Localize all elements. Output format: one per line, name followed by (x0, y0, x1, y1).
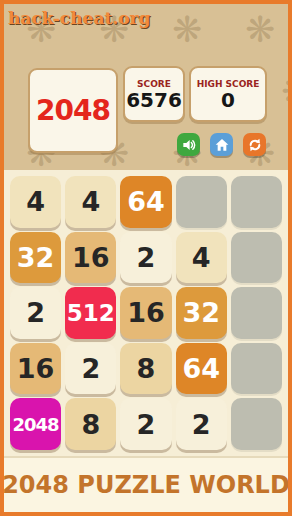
home-button[interactable] (210, 133, 233, 156)
tile-16: 16 (10, 343, 61, 395)
tile-2048: 2048 (10, 398, 61, 450)
motif-glyph: ❋ (245, 12, 275, 48)
score-value: 6576 (126, 90, 182, 110)
score-box: SCORE 6576 (123, 66, 185, 122)
motif-glyph: ❋ (172, 12, 202, 48)
tile-8: 8 (120, 343, 171, 395)
tile-2: 2 (176, 398, 227, 450)
logo-text: 2048 (36, 94, 110, 127)
game-board[interactable]: 4464321624251216321628642048822 (4, 170, 288, 456)
tile-2: 2 (120, 232, 171, 284)
refresh-icon (247, 137, 263, 153)
tile-4: 4 (176, 232, 227, 284)
tile-2: 2 (10, 287, 61, 339)
watermark-link[interactable]: hack-cheat.org (8, 8, 150, 28)
home-icon (214, 137, 230, 153)
restart-button[interactable] (243, 133, 266, 156)
high-score-box: HIGH SCORE 0 (189, 66, 267, 122)
tile-64: 64 (120, 176, 171, 228)
tile-32: 32 (176, 287, 227, 339)
empty-cell (231, 232, 282, 284)
score-label: SCORE (137, 79, 171, 89)
empty-cell (176, 176, 227, 228)
empty-cell (231, 343, 282, 395)
tile-16: 16 (65, 232, 116, 284)
tile-2: 2 (65, 343, 116, 395)
tile-4: 4 (10, 176, 61, 228)
high-score-label: HIGH SCORE (197, 79, 260, 89)
motif-glyph: ❋ (281, 74, 288, 110)
tile-2: 2 (120, 398, 171, 450)
empty-cell (231, 398, 282, 450)
speaker-icon (181, 137, 197, 153)
footer-title: 2048 PUZZLE WORLD (2, 471, 290, 499)
footer-bar: 2048 PUZZLE WORLD (4, 456, 288, 512)
tile-4: 4 (65, 176, 116, 228)
sound-button[interactable] (177, 133, 200, 156)
app-window: ❋❋❋❋❋❋❋❋❋❋❋❋ hack-cheat.org 2048 SCORE 6… (0, 0, 292, 516)
tile-8: 8 (65, 398, 116, 450)
tile-512: 512 (65, 287, 116, 339)
control-buttons (177, 133, 266, 156)
high-score-value: 0 (221, 90, 235, 110)
tile-64: 64 (176, 343, 227, 395)
empty-cell (231, 287, 282, 339)
empty-cell (231, 176, 282, 228)
logo-box: 2048 (28, 68, 118, 153)
tile-32: 32 (10, 232, 61, 284)
tile-16: 16 (120, 287, 171, 339)
